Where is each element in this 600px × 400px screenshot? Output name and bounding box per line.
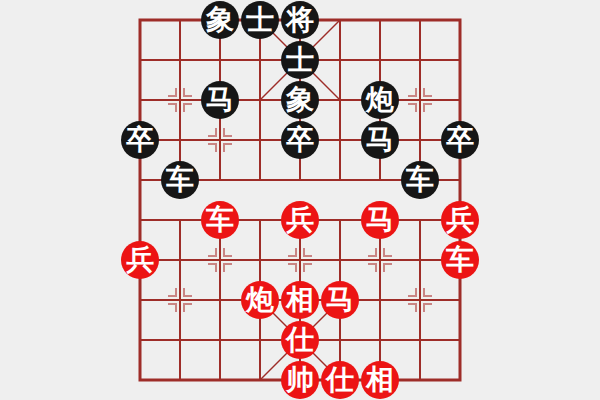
piece-black-soldier[interactable]: 卒 (441, 121, 479, 159)
piece-red-horse[interactable]: 马 (321, 281, 359, 319)
piece-red-cannon[interactable]: 炮 (241, 281, 279, 319)
piece-layer: 象士将士马象炮卒卒马卒车车车兵马兵兵车炮相马仕帅仕相 (120, 0, 480, 400)
piece-black-soldier[interactable]: 卒 (281, 121, 319, 159)
piece-red-elephant[interactable]: 相 (361, 361, 399, 399)
piece-black-horse[interactable]: 马 (361, 121, 399, 159)
piece-red-chariot[interactable]: 车 (201, 201, 239, 239)
piece-red-advisor[interactable]: 仕 (281, 321, 319, 359)
piece-black-chariot[interactable]: 车 (401, 161, 439, 199)
piece-red-horse[interactable]: 马 (361, 201, 399, 239)
piece-red-advisor[interactable]: 仕 (321, 361, 359, 399)
xiangqi-board: 象士将士马象炮卒卒马卒车车车兵马兵兵车炮相马仕帅仕相 (0, 0, 600, 400)
piece-red-soldier[interactable]: 兵 (441, 201, 479, 239)
piece-black-elephant[interactable]: 象 (201, 1, 239, 39)
piece-black-advisor[interactable]: 士 (281, 41, 319, 79)
piece-black-soldier[interactable]: 卒 (121, 121, 159, 159)
piece-red-chariot[interactable]: 车 (441, 241, 479, 279)
piece-red-king[interactable]: 帅 (281, 361, 319, 399)
piece-red-soldier[interactable]: 兵 (281, 201, 319, 239)
piece-red-soldier[interactable]: 兵 (121, 241, 159, 279)
piece-black-horse[interactable]: 马 (201, 81, 239, 119)
piece-black-king[interactable]: 将 (281, 1, 319, 39)
piece-black-cannon[interactable]: 炮 (361, 81, 399, 119)
piece-black-advisor[interactable]: 士 (241, 1, 279, 39)
piece-black-elephant[interactable]: 象 (281, 81, 319, 119)
piece-black-chariot[interactable]: 车 (161, 161, 199, 199)
piece-red-elephant[interactable]: 相 (281, 281, 319, 319)
